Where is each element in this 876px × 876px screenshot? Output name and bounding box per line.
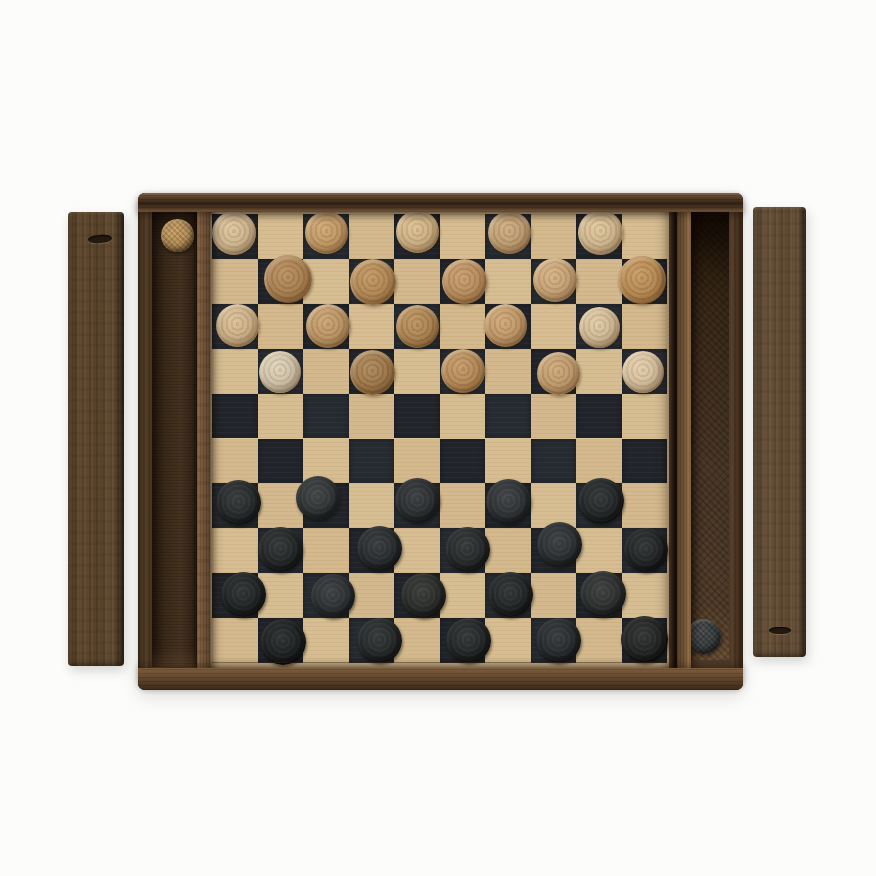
square-r5c3[interactable]: [303, 394, 349, 439]
square-r1c6: [440, 214, 486, 259]
box-top-rail: [138, 193, 743, 212]
right-piece-tray: [691, 210, 732, 660]
dark-checker-r8c2[interactable]: [258, 527, 303, 572]
square-r1c10: [622, 214, 668, 259]
light-checker-r4c8[interactable]: [537, 352, 580, 395]
lid-notch-right: [769, 627, 791, 634]
light-checker-r3c5[interactable]: [396, 305, 439, 348]
square-r6c9: [576, 439, 622, 484]
square-r3c4: [349, 304, 395, 349]
light-checker-r1c9[interactable]: [578, 210, 623, 255]
square-r7c10: [622, 483, 668, 528]
dark-checker-r9c3[interactable]: [311, 574, 355, 618]
dark-checker-r7c9[interactable]: [578, 478, 624, 524]
dark-checker-r10c6[interactable]: [446, 618, 491, 663]
light-checker-r3c7[interactable]: [484, 304, 527, 347]
light-checker-r1c3[interactable]: [305, 211, 348, 254]
square-r6c6[interactable]: [440, 439, 486, 484]
square-r1c2: [258, 214, 304, 259]
square-r3c10: [622, 304, 668, 349]
dark-checker-r8c4[interactable]: [357, 526, 402, 571]
box-lid-right: [753, 207, 806, 657]
right-inner-rail: [677, 203, 691, 680]
square-r2c7: [485, 259, 531, 304]
square-r10c1: [212, 618, 258, 663]
square-r9c4: [349, 573, 395, 618]
square-r6c7: [485, 439, 531, 484]
square-r3c8: [531, 304, 577, 349]
dark-checker-r8c10[interactable]: [624, 528, 668, 572]
square-r6c5: [394, 439, 440, 484]
square-r10c9: [576, 618, 622, 663]
box-lid-left: [68, 212, 124, 666]
square-r8c7: [485, 528, 531, 573]
light-checker-r3c3[interactable]: [306, 304, 350, 348]
light-checker-r3c9[interactable]: [579, 307, 620, 348]
square-r8c3: [303, 528, 349, 573]
games-box: [138, 193, 743, 690]
square-r5c1[interactable]: [212, 394, 258, 439]
light-checker-r3c1[interactable]: [216, 304, 259, 347]
square-r4c1: [212, 349, 258, 394]
light-checker-r1c5[interactable]: [396, 210, 439, 253]
square-r8c9: [576, 528, 622, 573]
square-r9c10: [622, 573, 668, 618]
checkers-board: [212, 214, 667, 663]
square-r8c1: [212, 528, 258, 573]
square-r1c8: [531, 214, 577, 259]
dark-checker-r10c8[interactable]: [536, 618, 581, 663]
square-r7c4: [349, 483, 395, 528]
square-r2c5: [394, 259, 440, 304]
square-r4c7: [485, 349, 531, 394]
square-r1c4: [349, 214, 395, 259]
dark-checker-r8c8[interactable]: [537, 522, 582, 567]
square-r5c9[interactable]: [576, 394, 622, 439]
square-r6c10[interactable]: [622, 439, 668, 484]
spare-light-checker[interactable]: [161, 219, 194, 252]
square-r7c6: [440, 483, 486, 528]
square-r7c8: [531, 483, 577, 528]
light-checker-r1c7[interactable]: [488, 211, 531, 254]
square-r10c7: [485, 618, 531, 663]
square-r5c7[interactable]: [485, 394, 531, 439]
lid-notch-left: [88, 234, 112, 244]
square-r6c1: [212, 439, 258, 484]
dark-checker-r10c2[interactable]: [260, 619, 306, 665]
square-r3c2: [258, 304, 304, 349]
box-bottom-rail: [138, 668, 743, 690]
photo-scene: [0, 0, 876, 876]
light-checker-r2c6[interactable]: [442, 259, 487, 304]
dark-checker-r10c10[interactable]: [621, 616, 668, 663]
dark-checker-r7c3[interactable]: [296, 476, 340, 520]
square-r5c6: [440, 394, 486, 439]
left-piece-tray: [152, 210, 199, 667]
dark-checker-r9c9[interactable]: [580, 571, 626, 617]
board-panel: [210, 208, 669, 668]
square-r5c4: [349, 394, 395, 439]
square-r9c8: [531, 573, 577, 618]
box-right-wall: [729, 193, 743, 690]
square-r5c2: [258, 394, 304, 439]
dark-checker-r8c6[interactable]: [445, 527, 490, 572]
square-r6c8[interactable]: [531, 439, 577, 484]
board-right-shadow-slot: [669, 208, 677, 668]
square-r6c4[interactable]: [349, 439, 395, 484]
square-r6c2[interactable]: [258, 439, 304, 484]
left-inner-rail: [197, 206, 210, 680]
square-r2c1: [212, 259, 258, 304]
square-r4c3: [303, 349, 349, 394]
square-r5c10: [622, 394, 668, 439]
light-checker-r1c1[interactable]: [212, 211, 256, 255]
square-r3c6: [440, 304, 486, 349]
dark-checker-r10c4[interactable]: [357, 618, 402, 663]
box-left-wall: [138, 193, 152, 690]
light-checker-r4c4[interactable]: [350, 350, 395, 395]
square-r10c3: [303, 618, 349, 663]
square-r2c9: [576, 259, 622, 304]
square-r4c5: [394, 349, 440, 394]
square-r9c6: [440, 573, 486, 618]
square-r4c9: [576, 349, 622, 394]
square-r5c5[interactable]: [394, 394, 440, 439]
square-r5c8: [531, 394, 577, 439]
